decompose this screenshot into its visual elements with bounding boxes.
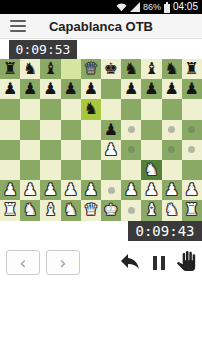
square-h2[interactable]: ♟ — [141, 180, 161, 200]
square-g4[interactable] — [121, 140, 141, 160]
square-g8[interactable]: ♞ — [121, 59, 141, 79]
square-d8[interactable] — [61, 59, 81, 79]
pause-button[interactable] — [153, 256, 165, 270]
square-e2[interactable]: ♟ — [81, 180, 101, 200]
piece-bp: ♟ — [43, 81, 57, 97]
piece-wp: ♟ — [3, 182, 17, 198]
square-j4[interactable] — [182, 140, 202, 160]
square-g5[interactable] — [121, 120, 141, 140]
square-j8[interactable]: ♜ — [182, 59, 202, 79]
square-b6[interactable] — [20, 99, 40, 119]
square-c4[interactable] — [40, 140, 60, 160]
piece-br: ♜ — [185, 61, 199, 77]
chess-board: ♜♞♝♛♚♞♝♞♜♟♟♟♟♟♟♟♟♟♞♟♟♞♟♟♟♟♟♟♟♟♟♜♞♝♞♛♚♝♞♜ — [0, 59, 202, 221]
piece-bn: ♞ — [124, 61, 138, 77]
square-i8[interactable]: ♞ — [162, 59, 182, 79]
square-i7[interactable]: ♟ — [162, 79, 182, 99]
resign-hand-button[interactable] — [176, 251, 196, 274]
piece-wn: ♞ — [23, 202, 37, 218]
piece-bn: ♞ — [164, 61, 178, 77]
square-f2[interactable] — [101, 180, 121, 200]
white-clock: 0:09:43 — [128, 221, 202, 241]
square-f3[interactable] — [101, 160, 121, 180]
square-b3[interactable] — [20, 160, 40, 180]
square-h5[interactable] — [141, 120, 161, 140]
black-clock: 0:09:53 — [9, 40, 77, 59]
square-e7[interactable]: ♟ — [81, 79, 101, 99]
square-f7[interactable] — [101, 79, 121, 99]
square-i6[interactable] — [162, 99, 182, 119]
square-g3[interactable] — [121, 160, 141, 180]
square-a6[interactable] — [0, 99, 20, 119]
square-h7[interactable]: ♟ — [141, 79, 161, 99]
square-h8[interactable]: ♝ — [141, 59, 161, 79]
piece-bp: ♟ — [144, 81, 158, 97]
square-e6[interactable]: ♞ — [81, 99, 101, 119]
square-i2[interactable]: ♟ — [162, 180, 182, 200]
square-c1[interactable]: ♝ — [40, 200, 60, 220]
square-i5[interactable] — [162, 120, 182, 140]
square-f6[interactable] — [101, 99, 121, 119]
square-b1[interactable]: ♞ — [20, 200, 40, 220]
square-d6[interactable] — [61, 99, 81, 119]
piece-wp: ♟ — [84, 182, 98, 198]
square-f8[interactable]: ♚ — [101, 59, 121, 79]
square-a3[interactable] — [0, 160, 20, 180]
square-b4[interactable] — [20, 140, 40, 160]
square-a1[interactable]: ♜ — [0, 200, 20, 220]
wifi-icon — [116, 2, 127, 12]
piece-bq: ♛ — [84, 61, 98, 77]
square-a7[interactable]: ♟ — [0, 79, 20, 99]
square-j1[interactable]: ♜ — [182, 200, 202, 220]
piece-wk: ♚ — [104, 202, 118, 218]
square-a4[interactable] — [0, 140, 20, 160]
piece-wr: ♜ — [3, 202, 17, 218]
square-c2[interactable]: ♟ — [40, 180, 60, 200]
piece-bp: ♟ — [104, 122, 118, 138]
square-j7[interactable]: ♟ — [182, 79, 202, 99]
piece-wn: ♞ — [144, 162, 158, 178]
square-c7[interactable]: ♟ — [40, 79, 60, 99]
square-d4[interactable] — [61, 140, 81, 160]
pause-icon — [153, 256, 165, 270]
undo-button[interactable] — [118, 249, 142, 276]
controls-bar: ‹ › — [0, 250, 202, 276]
square-i1[interactable]: ♞ — [162, 200, 182, 220]
piece-wq: ♛ — [84, 202, 98, 218]
square-c8[interactable]: ♝ — [40, 59, 60, 79]
piece-wp: ♟ — [185, 182, 199, 198]
square-a2[interactable]: ♟ — [0, 180, 20, 200]
piece-wp: ♟ — [63, 182, 77, 198]
square-f5[interactable]: ♟ — [101, 120, 121, 140]
battery-percent: 86% — [143, 0, 161, 14]
prev-move-button[interactable]: ‹ — [6, 250, 40, 275]
square-c6[interactable] — [40, 99, 60, 119]
menu-button[interactable] — [10, 20, 26, 32]
piece-bp: ♟ — [164, 81, 178, 97]
square-i3[interactable] — [162, 160, 182, 180]
square-e4[interactable] — [81, 140, 101, 160]
square-h6[interactable] — [141, 99, 161, 119]
square-j3[interactable] — [182, 160, 202, 180]
piece-bb: ♝ — [43, 61, 57, 77]
piece-wb: ♝ — [43, 202, 57, 218]
piece-bk: ♚ — [104, 61, 118, 77]
square-g2[interactable]: ♟ — [121, 180, 141, 200]
piece-wr: ♜ — [185, 202, 199, 218]
piece-wp: ♟ — [164, 182, 178, 198]
square-h1[interactable]: ♝ — [141, 200, 161, 220]
signal-icon — [130, 2, 140, 12]
piece-wp: ♟ — [23, 182, 37, 198]
square-a8[interactable]: ♜ — [0, 59, 20, 79]
status-bar: 86% 04:05 — [0, 0, 202, 14]
square-j2[interactable]: ♟ — [182, 180, 202, 200]
piece-bp: ♟ — [124, 81, 138, 97]
square-b5[interactable] — [20, 120, 40, 140]
square-i4[interactable] — [162, 140, 182, 160]
piece-bp: ♟ — [23, 81, 37, 97]
piece-wb: ♝ — [144, 202, 158, 218]
piece-wn: ♞ — [63, 202, 77, 218]
piece-wp: ♟ — [144, 182, 158, 198]
square-j6[interactable] — [182, 99, 202, 119]
battery-icon — [164, 2, 170, 13]
square-e1[interactable]: ♛ — [81, 200, 101, 220]
piece-wp: ♟ — [124, 182, 138, 198]
piece-wp: ♟ — [43, 182, 57, 198]
square-f4[interactable]: ♟ — [101, 140, 121, 160]
square-j5[interactable] — [182, 120, 202, 140]
square-c3[interactable] — [40, 160, 60, 180]
square-e5[interactable] — [81, 120, 101, 140]
square-g1[interactable] — [121, 200, 141, 220]
square-d3[interactable] — [61, 160, 81, 180]
square-d7[interactable]: ♟ — [61, 79, 81, 99]
piece-bp: ♟ — [84, 81, 98, 97]
square-d2[interactable]: ♟ — [61, 180, 81, 200]
square-d5[interactable] — [61, 120, 81, 140]
square-h4[interactable] — [141, 140, 161, 160]
square-g6[interactable] — [121, 99, 141, 119]
square-h3[interactable]: ♞ — [141, 160, 161, 180]
piece-bp: ♟ — [63, 81, 77, 97]
piece-br: ♜ — [3, 61, 17, 77]
square-a5[interactable] — [0, 120, 20, 140]
page-title: Capablanca OTB — [49, 19, 153, 34]
square-f1[interactable]: ♚ — [101, 200, 121, 220]
square-d1[interactable]: ♞ — [61, 200, 81, 220]
piece-bp: ♟ — [3, 81, 17, 97]
square-e8[interactable]: ♛ — [81, 59, 101, 79]
square-b8[interactable]: ♞ — [20, 59, 40, 79]
piece-bn: ♞ — [84, 101, 98, 117]
piece-wn: ♞ — [164, 202, 178, 218]
app-bar: Capablanca OTB — [0, 14, 202, 39]
hand-icon — [176, 251, 196, 274]
piece-bn: ♞ — [23, 61, 37, 77]
undo-icon — [118, 249, 142, 276]
next-move-button[interactable]: › — [46, 250, 80, 275]
square-g7[interactable]: ♟ — [121, 79, 141, 99]
piece-bp: ♟ — [185, 81, 199, 97]
square-e3[interactable] — [81, 160, 101, 180]
status-time: 04:05 — [173, 0, 198, 14]
square-b7[interactable]: ♟ — [20, 79, 40, 99]
square-b2[interactable]: ♟ — [20, 180, 40, 200]
piece-bb: ♝ — [144, 61, 158, 77]
square-c5[interactable] — [40, 120, 60, 140]
piece-wp: ♟ — [104, 142, 118, 158]
